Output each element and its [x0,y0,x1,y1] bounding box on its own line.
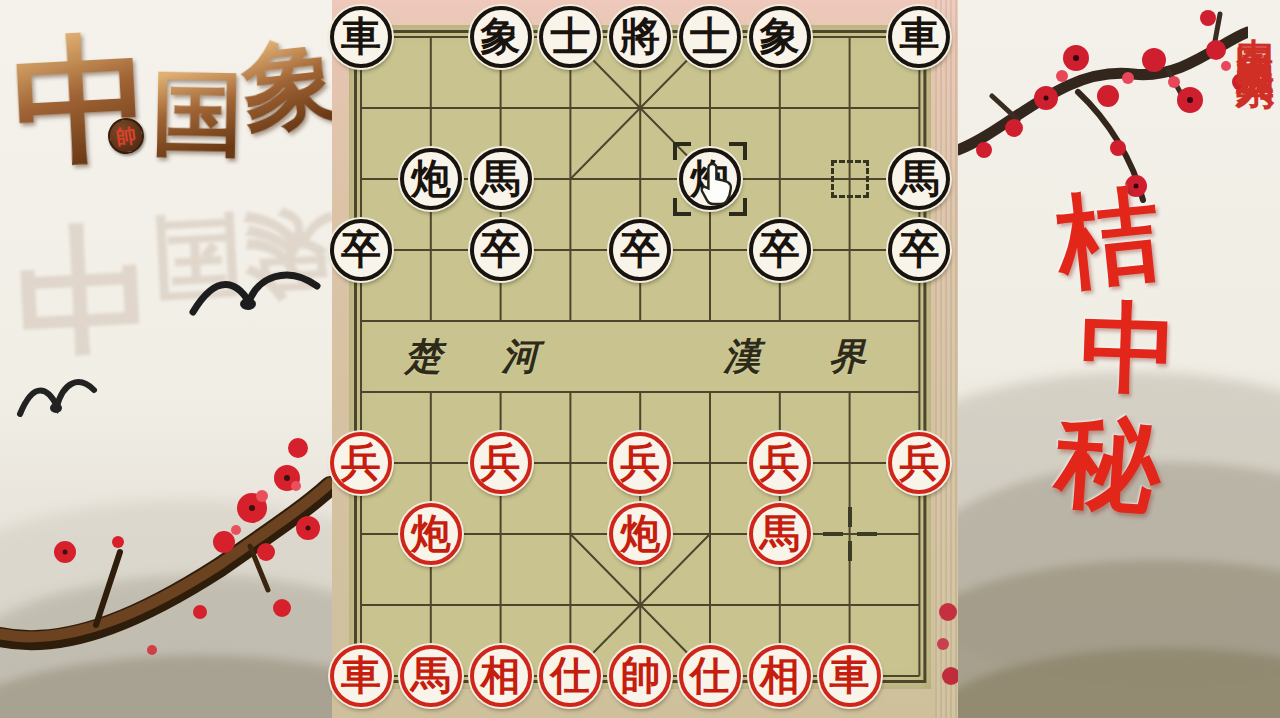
river-label: 河 [502,332,539,382]
black-soldier-piece[interactable]: 卒 [609,219,671,281]
river-label: 楚 [405,332,442,382]
black-soldier-piece[interactable]: 卒 [749,219,811,281]
red-elephant-piece[interactable]: 相 [749,645,811,707]
black-advisor-piece[interactable]: 士 [679,6,741,68]
right-decor-panel: 中国象棋宝典系列 桔 中 秘 [958,0,1280,718]
plum-branch [0,420,332,718]
ink-bird-icon [185,258,325,336]
red-elephant-piece[interactable]: 相 [470,645,532,707]
red-soldier-piece[interactable]: 兵 [609,432,671,494]
red-cannon-piece[interactable]: 炮 [609,503,671,565]
red-advisor-piece[interactable]: 仕 [679,645,741,707]
red-chariot-piece[interactable]: 車 [330,645,392,707]
logo-char: 国 [151,68,245,162]
red-advisor-piece[interactable]: 仕 [539,645,601,707]
black-soldier-piece[interactable]: 卒 [470,219,532,281]
red-soldier-piece[interactable]: 兵 [888,432,950,494]
left-decor-panel: 中 国 象 棋 帥 中 国 象 棋 [0,0,332,718]
black-elephant-piece[interactable]: 象 [470,6,532,68]
red-soldier-piece[interactable]: 兵 [749,432,811,494]
book-title-char: 秘 [1052,408,1163,519]
origin-square-marker[interactable] [831,160,869,198]
video-frame: 中 国 象 棋 帥 中 国 象 棋 [0,0,1280,718]
app-logo: 中 国 象 棋 [9,20,331,226]
red-horse-piece[interactable]: 馬 [400,645,462,707]
black-horse-piece[interactable]: 馬 [470,148,532,210]
black-chariot-piece[interactable]: 車 [330,6,392,68]
crosshair-marker [823,507,877,561]
black-cannon-piece[interactable]: 炮 [400,148,462,210]
red-cannon-piece[interactable]: 炮 [400,503,462,565]
series-title-vertical: 中国象棋宝典系列 [1236,8,1274,360]
book-title-char: 中 [1078,298,1179,399]
logo-char: 象 [237,33,332,139]
black-elephant-piece[interactable]: 象 [749,6,811,68]
river-label: 漢 [724,332,761,382]
black-advisor-piece[interactable]: 士 [539,6,601,68]
black-chariot-piece[interactable]: 車 [888,6,950,68]
red-soldier-piece[interactable]: 兵 [330,432,392,494]
black-general-piece[interactable]: 將 [609,6,671,68]
black-soldier-piece[interactable]: 卒 [888,219,950,281]
red-chariot-piece[interactable]: 車 [819,645,881,707]
red-soldier-piece[interactable]: 兵 [470,432,532,494]
book-title-char: 桔 [1053,183,1165,295]
ink-bird-icon [14,362,102,428]
river-label: 界 [829,332,866,382]
red-general-piece[interactable]: 帥 [609,645,671,707]
hand-cursor-icon [698,161,736,207]
black-soldier-piece[interactable]: 卒 [330,219,392,281]
black-horse-piece[interactable]: 馬 [888,148,950,210]
red-horse-piece[interactable]: 馬 [749,503,811,565]
